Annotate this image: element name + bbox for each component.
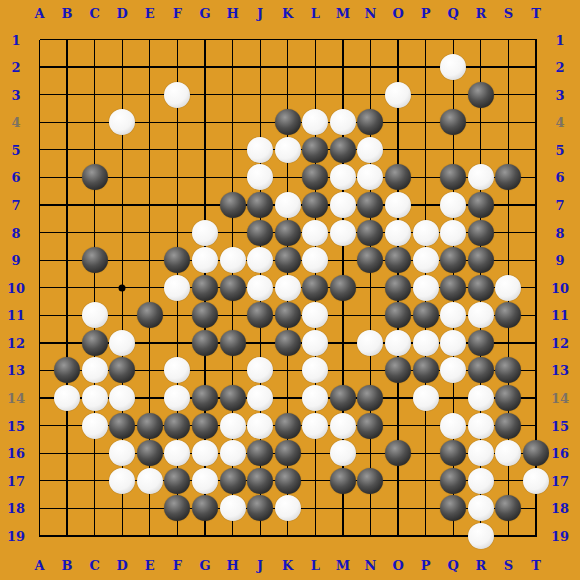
stone-black-J17 bbox=[247, 468, 273, 494]
coord-label-top-L: L bbox=[311, 6, 320, 19]
stone-white-K7 bbox=[275, 192, 301, 218]
coord-label-top-O: O bbox=[392, 6, 403, 19]
stone-white-H16 bbox=[220, 440, 246, 466]
stone-white-K5 bbox=[275, 137, 301, 163]
coord-label-bottom-B: B bbox=[62, 559, 73, 572]
stone-white-J6 bbox=[247, 164, 273, 190]
stone-black-F18 bbox=[164, 495, 190, 521]
stone-black-F15 bbox=[164, 413, 190, 439]
coord-label-left-15: 15 bbox=[7, 419, 25, 432]
coord-label-left-12: 12 bbox=[7, 336, 25, 349]
stone-white-R17 bbox=[468, 468, 494, 494]
stone-white-F16 bbox=[164, 440, 190, 466]
coord-label-right-1: 1 bbox=[555, 33, 564, 46]
coord-label-right-7: 7 bbox=[555, 198, 564, 211]
stone-white-Q11 bbox=[440, 302, 466, 328]
coord-label-left-1: 1 bbox=[11, 33, 20, 46]
stone-white-L9 bbox=[302, 247, 328, 273]
stone-white-M7 bbox=[330, 192, 356, 218]
stone-white-L12 bbox=[302, 330, 328, 356]
stone-black-J11 bbox=[247, 302, 273, 328]
stone-white-P14 bbox=[413, 385, 439, 411]
stone-white-M4 bbox=[330, 109, 356, 135]
stone-white-D16 bbox=[109, 440, 135, 466]
stone-black-C9 bbox=[82, 247, 108, 273]
coord-label-bottom-S: S bbox=[504, 559, 513, 572]
stone-white-Q2 bbox=[440, 54, 466, 80]
stone-black-R9 bbox=[468, 247, 494, 273]
stone-white-C13 bbox=[82, 357, 108, 383]
stone-white-R15 bbox=[468, 413, 494, 439]
coord-label-right-11: 11 bbox=[551, 309, 569, 322]
stone-white-O8 bbox=[385, 220, 411, 246]
stone-black-C6 bbox=[82, 164, 108, 190]
stone-white-P10 bbox=[413, 275, 439, 301]
stone-white-L11 bbox=[302, 302, 328, 328]
stone-white-M6 bbox=[330, 164, 356, 190]
coord-label-bottom-T: T bbox=[531, 559, 541, 572]
stone-black-N14 bbox=[357, 385, 383, 411]
stone-black-G10 bbox=[192, 275, 218, 301]
stone-black-N7 bbox=[357, 192, 383, 218]
stone-white-K18 bbox=[275, 495, 301, 521]
stone-black-H17 bbox=[220, 468, 246, 494]
stone-black-L6 bbox=[302, 164, 328, 190]
coord-label-top-B: B bbox=[62, 6, 73, 19]
stone-black-O10 bbox=[385, 275, 411, 301]
stone-white-D17 bbox=[109, 468, 135, 494]
coord-label-bottom-R: R bbox=[475, 559, 486, 572]
stone-white-L4 bbox=[302, 109, 328, 135]
coord-label-left-16: 16 bbox=[7, 447, 25, 460]
stone-black-S6 bbox=[495, 164, 521, 190]
stone-black-K15 bbox=[275, 413, 301, 439]
coord-label-left-2: 2 bbox=[11, 61, 20, 74]
stone-white-L14 bbox=[302, 385, 328, 411]
coord-label-left-5: 5 bbox=[11, 143, 20, 156]
coord-label-right-9: 9 bbox=[555, 254, 564, 267]
stone-white-M8 bbox=[330, 220, 356, 246]
stone-black-N4 bbox=[357, 109, 383, 135]
coord-label-right-17: 17 bbox=[551, 474, 569, 487]
stone-black-Q9 bbox=[440, 247, 466, 273]
coord-label-left-11: 11 bbox=[7, 309, 25, 322]
stone-black-O11 bbox=[385, 302, 411, 328]
coord-label-top-D: D bbox=[117, 6, 128, 19]
stone-white-E17 bbox=[137, 468, 163, 494]
stone-white-J13 bbox=[247, 357, 273, 383]
stone-white-F3 bbox=[164, 82, 190, 108]
stone-black-M10 bbox=[330, 275, 356, 301]
stone-black-G14 bbox=[192, 385, 218, 411]
stone-black-S11 bbox=[495, 302, 521, 328]
coord-label-bottom-D: D bbox=[117, 559, 128, 572]
stone-black-P13 bbox=[413, 357, 439, 383]
stone-black-E15 bbox=[137, 413, 163, 439]
stone-black-P11 bbox=[413, 302, 439, 328]
stone-black-Q17 bbox=[440, 468, 466, 494]
coord-label-top-F: F bbox=[173, 6, 182, 19]
stone-black-G12 bbox=[192, 330, 218, 356]
stone-white-Q12 bbox=[440, 330, 466, 356]
coord-label-left-10: 10 bbox=[7, 281, 25, 294]
stone-white-Q8 bbox=[440, 220, 466, 246]
coord-label-top-G: G bbox=[199, 6, 210, 19]
stone-white-P9 bbox=[413, 247, 439, 273]
stone-black-Q4 bbox=[440, 109, 466, 135]
stone-white-O7 bbox=[385, 192, 411, 218]
stone-white-L13 bbox=[302, 357, 328, 383]
stone-black-L10 bbox=[302, 275, 328, 301]
stone-white-R14 bbox=[468, 385, 494, 411]
coord-label-right-12: 12 bbox=[551, 336, 569, 349]
coord-label-left-19: 19 bbox=[7, 529, 25, 542]
stone-white-D14 bbox=[109, 385, 135, 411]
stone-black-R12 bbox=[468, 330, 494, 356]
stone-white-J5 bbox=[247, 137, 273, 163]
stone-white-J10 bbox=[247, 275, 273, 301]
coord-label-top-A: A bbox=[34, 6, 44, 19]
stone-black-K4 bbox=[275, 109, 301, 135]
stone-white-P8 bbox=[413, 220, 439, 246]
stone-black-R8 bbox=[468, 220, 494, 246]
stone-black-O16 bbox=[385, 440, 411, 466]
coord-label-top-N: N bbox=[365, 6, 377, 19]
coord-label-bottom-J: J bbox=[257, 559, 263, 572]
stone-black-F9 bbox=[164, 247, 190, 273]
stone-white-G17 bbox=[192, 468, 218, 494]
coord-label-left-17: 17 bbox=[7, 474, 25, 487]
stone-white-R18 bbox=[468, 495, 494, 521]
coord-label-bottom-P: P bbox=[421, 559, 431, 572]
coord-label-top-J: J bbox=[257, 6, 263, 19]
stone-black-O6 bbox=[385, 164, 411, 190]
coord-label-bottom-F: F bbox=[173, 559, 182, 572]
coord-label-right-18: 18 bbox=[551, 502, 569, 515]
coord-label-right-19: 19 bbox=[551, 529, 569, 542]
stone-white-D12 bbox=[109, 330, 135, 356]
stone-black-S13 bbox=[495, 357, 521, 383]
grid-line-vertical-A bbox=[39, 40, 40, 538]
stone-black-H12 bbox=[220, 330, 246, 356]
coord-label-left-8: 8 bbox=[11, 226, 20, 239]
grid-line-horizontal-1 bbox=[40, 39, 538, 40]
stone-black-K9 bbox=[275, 247, 301, 273]
stone-white-R6 bbox=[468, 164, 494, 190]
coord-label-right-13: 13 bbox=[551, 364, 569, 377]
grid-line-horizontal-19 bbox=[40, 535, 538, 536]
stone-white-O12 bbox=[385, 330, 411, 356]
coord-label-right-16: 16 bbox=[551, 447, 569, 460]
stone-white-C15 bbox=[82, 413, 108, 439]
stone-black-K11 bbox=[275, 302, 301, 328]
coord-label-right-14: 14 bbox=[551, 392, 569, 405]
grid-line-vertical-C bbox=[94, 40, 95, 538]
star-point-D10 bbox=[119, 284, 126, 291]
stone-black-G18 bbox=[192, 495, 218, 521]
stone-black-J8 bbox=[247, 220, 273, 246]
stone-white-H18 bbox=[220, 495, 246, 521]
coord-label-right-4: 4 bbox=[555, 116, 564, 129]
coord-label-top-E: E bbox=[145, 6, 155, 19]
stone-white-S10 bbox=[495, 275, 521, 301]
coord-label-left-4: 4 bbox=[11, 116, 20, 129]
stone-black-K16 bbox=[275, 440, 301, 466]
coord-label-top-K: K bbox=[282, 6, 293, 19]
stone-black-S14 bbox=[495, 385, 521, 411]
go-board-screenshot: AABBCCDDEEFFGGHHJJKKLLMMNNOOPPQQRRSSTT11… bbox=[0, 0, 580, 580]
stone-black-Q18 bbox=[440, 495, 466, 521]
stone-white-F14 bbox=[164, 385, 190, 411]
stone-black-J16 bbox=[247, 440, 273, 466]
stone-black-N9 bbox=[357, 247, 383, 273]
coord-label-right-2: 2 bbox=[555, 61, 564, 74]
stone-white-Q15 bbox=[440, 413, 466, 439]
stone-black-R10 bbox=[468, 275, 494, 301]
stone-black-M14 bbox=[330, 385, 356, 411]
stone-black-H7 bbox=[220, 192, 246, 218]
coord-label-bottom-N: N bbox=[365, 559, 377, 572]
stone-black-J18 bbox=[247, 495, 273, 521]
coord-label-bottom-E: E bbox=[145, 559, 155, 572]
coord-label-bottom-M: M bbox=[336, 559, 350, 572]
stone-black-E11 bbox=[137, 302, 163, 328]
stone-black-G11 bbox=[192, 302, 218, 328]
stone-white-L8 bbox=[302, 220, 328, 246]
stone-white-D4 bbox=[109, 109, 135, 135]
stone-black-D15 bbox=[109, 413, 135, 439]
stone-black-R3 bbox=[468, 82, 494, 108]
stone-white-F13 bbox=[164, 357, 190, 383]
stone-black-B13 bbox=[54, 357, 80, 383]
stone-black-K17 bbox=[275, 468, 301, 494]
stone-white-G16 bbox=[192, 440, 218, 466]
coord-label-right-6: 6 bbox=[555, 171, 564, 184]
coord-label-right-8: 8 bbox=[555, 226, 564, 239]
coord-label-top-P: P bbox=[421, 6, 431, 19]
stone-black-N15 bbox=[357, 413, 383, 439]
coord-label-left-6: 6 bbox=[11, 171, 20, 184]
stone-black-S15 bbox=[495, 413, 521, 439]
stone-white-C11 bbox=[82, 302, 108, 328]
stone-white-R19 bbox=[468, 523, 494, 549]
coord-label-bottom-L: L bbox=[311, 559, 320, 572]
stone-black-L5 bbox=[302, 137, 328, 163]
stone-white-R11 bbox=[468, 302, 494, 328]
stone-white-Q7 bbox=[440, 192, 466, 218]
stone-black-R7 bbox=[468, 192, 494, 218]
coord-label-left-18: 18 bbox=[7, 502, 25, 515]
stone-black-D13 bbox=[109, 357, 135, 383]
coord-label-bottom-Q: Q bbox=[448, 559, 459, 572]
stone-black-N8 bbox=[357, 220, 383, 246]
stone-black-C12 bbox=[82, 330, 108, 356]
coord-label-left-14: 14 bbox=[7, 392, 25, 405]
coord-label-top-Q: Q bbox=[448, 6, 459, 19]
stone-white-N5 bbox=[357, 137, 383, 163]
stone-black-H10 bbox=[220, 275, 246, 301]
stone-black-J7 bbox=[247, 192, 273, 218]
coord-label-top-R: R bbox=[475, 6, 486, 19]
stone-black-E16 bbox=[137, 440, 163, 466]
grid-line-vertical-B bbox=[66, 40, 67, 538]
coord-label-bottom-K: K bbox=[282, 559, 293, 572]
coord-label-right-10: 10 bbox=[551, 281, 569, 294]
stone-white-B14 bbox=[54, 385, 80, 411]
stone-black-Q10 bbox=[440, 275, 466, 301]
stone-white-S16 bbox=[495, 440, 521, 466]
coord-label-left-13: 13 bbox=[7, 364, 25, 377]
coord-label-top-S: S bbox=[504, 6, 513, 19]
stone-black-S18 bbox=[495, 495, 521, 521]
coord-label-bottom-A: A bbox=[34, 559, 44, 572]
stone-white-M16 bbox=[330, 440, 356, 466]
coord-label-left-9: 9 bbox=[11, 254, 20, 267]
coord-label-top-C: C bbox=[89, 6, 99, 19]
stone-white-M15 bbox=[330, 413, 356, 439]
stone-white-J15 bbox=[247, 413, 273, 439]
stone-white-F10 bbox=[164, 275, 190, 301]
stone-black-G15 bbox=[192, 413, 218, 439]
coord-label-right-5: 5 bbox=[555, 143, 564, 156]
coord-label-top-H: H bbox=[226, 6, 238, 19]
stone-black-K8 bbox=[275, 220, 301, 246]
coord-label-bottom-H: H bbox=[226, 559, 238, 572]
coord-label-bottom-C: C bbox=[89, 559, 99, 572]
stone-white-H9 bbox=[220, 247, 246, 273]
stone-white-J14 bbox=[247, 385, 273, 411]
coord-label-bottom-G: G bbox=[199, 559, 210, 572]
coord-label-bottom-O: O bbox=[392, 559, 403, 572]
stone-black-O9 bbox=[385, 247, 411, 273]
stone-white-H15 bbox=[220, 413, 246, 439]
stone-black-M5 bbox=[330, 137, 356, 163]
stone-black-M17 bbox=[330, 468, 356, 494]
stone-black-K12 bbox=[275, 330, 301, 356]
coord-label-right-3: 3 bbox=[555, 88, 564, 101]
stone-white-C14 bbox=[82, 385, 108, 411]
stone-black-T16 bbox=[523, 440, 549, 466]
stone-black-Q6 bbox=[440, 164, 466, 190]
coord-label-top-T: T bbox=[531, 6, 541, 19]
stone-white-J9 bbox=[247, 247, 273, 273]
stone-white-N12 bbox=[357, 330, 383, 356]
stone-black-Q16 bbox=[440, 440, 466, 466]
stone-black-N17 bbox=[357, 468, 383, 494]
stone-white-O3 bbox=[385, 82, 411, 108]
stone-black-O13 bbox=[385, 357, 411, 383]
grid-line-horizontal-3 bbox=[40, 94, 538, 95]
stone-white-P12 bbox=[413, 330, 439, 356]
stone-white-N6 bbox=[357, 164, 383, 190]
stone-black-R13 bbox=[468, 357, 494, 383]
stone-black-H14 bbox=[220, 385, 246, 411]
stone-white-T17 bbox=[523, 468, 549, 494]
stone-white-L15 bbox=[302, 413, 328, 439]
stone-white-G8 bbox=[192, 220, 218, 246]
coord-label-top-M: M bbox=[336, 6, 350, 19]
stone-black-L7 bbox=[302, 192, 328, 218]
stone-white-Q13 bbox=[440, 357, 466, 383]
coord-label-left-7: 7 bbox=[11, 198, 20, 211]
stone-white-R16 bbox=[468, 440, 494, 466]
stone-black-F17 bbox=[164, 468, 190, 494]
coord-label-left-3: 3 bbox=[11, 88, 20, 101]
stone-white-K10 bbox=[275, 275, 301, 301]
coord-label-right-15: 15 bbox=[551, 419, 569, 432]
stone-white-G9 bbox=[192, 247, 218, 273]
